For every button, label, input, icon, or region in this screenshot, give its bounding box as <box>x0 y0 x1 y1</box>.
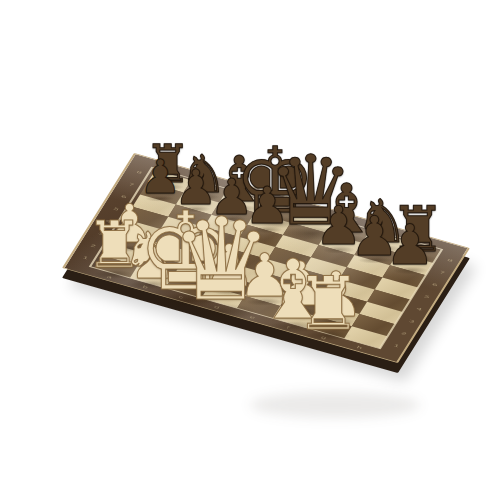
board-coordinate-label: a <box>173 169 180 173</box>
board-coordinate-label: b <box>142 285 149 289</box>
board-coordinate-label: g <box>320 336 327 340</box>
chess-set-photo: aabbccddeeffgghh1122334455667788 ♜♞♝♚♛♝♞… <box>0 0 500 500</box>
board-coordinate-label: g <box>387 229 394 233</box>
board-coordinate-label: 7 <box>128 183 135 187</box>
board-coordinate-label: e <box>315 209 322 213</box>
board-coordinate-label: c <box>244 189 250 193</box>
board-coordinate-label: h <box>356 346 363 350</box>
board-coordinate-label: 4 <box>105 219 112 223</box>
board-coordinate-label: 8 <box>446 258 453 262</box>
board-coordinate-label: 2 <box>400 332 407 336</box>
board-coordinate-label: f <box>352 219 357 223</box>
board-coordinate-label: c <box>178 295 184 299</box>
board-coordinate-label: e <box>249 315 256 319</box>
board-coordinate-label: 8 <box>135 170 142 174</box>
board-coordinate-label: 4 <box>416 307 423 311</box>
board-coordinate-label: b <box>208 179 215 183</box>
board-coordinate-label: 1 <box>393 344 400 348</box>
board-coordinate-label: 7 <box>439 271 446 275</box>
board-coordinate-label: d <box>280 199 287 203</box>
board-coordinate-label: 6 <box>120 195 127 199</box>
board-floor-shadow <box>250 392 420 418</box>
board-coordinate-label: a <box>106 275 113 279</box>
board-coordinate-label: 2 <box>90 244 97 248</box>
board-coordinate-label: 1 <box>82 256 89 260</box>
board-coordinate-label: f <box>286 326 291 330</box>
board-coordinate-label: 5 <box>113 207 120 211</box>
board-coordinate-label: d <box>213 305 220 309</box>
board-coordinate-label: 5 <box>423 295 430 299</box>
board-coordinate-label: 6 <box>431 283 438 287</box>
board-coordinate-label: 3 <box>408 319 415 323</box>
board-coordinate-label: 3 <box>97 232 104 236</box>
board-coordinate-label: h <box>422 239 429 243</box>
